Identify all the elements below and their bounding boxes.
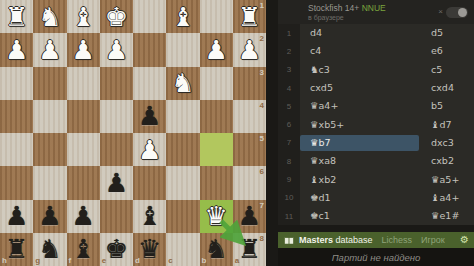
white-bishop: ♝ (166, 0, 199, 33)
engine-name: Stockfish 14+ NNUE (308, 3, 386, 13)
move-number: 10 (278, 189, 300, 207)
white-knight: ♞ (166, 67, 199, 100)
square-e3[interactable] (100, 67, 133, 100)
square-h1[interactable]: ♜ (0, 0, 33, 33)
analysis-panel: Stockfish 14+ NNUE в браузере × 1d4d52c4… (266, 0, 474, 266)
square-h2[interactable]: ♟ (0, 33, 33, 66)
square-d2[interactable] (133, 33, 166, 66)
move-row-2: 2c4e6 (278, 42, 474, 60)
engine-subtitle: в браузере (308, 14, 386, 21)
square-e6[interactable]: ♟ (100, 166, 133, 199)
toggle-knob (458, 8, 467, 17)
square-f1[interactable]: ♝ (67, 0, 100, 33)
square-b8[interactable]: ♞b (200, 233, 233, 266)
move-8-black[interactable]: cxb2 (421, 153, 472, 169)
move-number: 3 (278, 61, 300, 79)
move-7-black[interactable]: dxc3 (421, 135, 472, 151)
square-b6[interactable] (200, 166, 233, 199)
square-h4[interactable] (0, 100, 33, 133)
black-bishop: ♝ (133, 200, 166, 233)
square-f3[interactable] (67, 67, 100, 100)
square-e5[interactable] (100, 133, 133, 166)
square-b7[interactable]: ♛ (200, 200, 233, 233)
move-row-5: 5♛a4+b5 (278, 97, 474, 115)
move-5-white[interactable]: ♛a4+ (300, 98, 419, 114)
move-number: 5 (278, 97, 300, 115)
rank-label-5: 5 (260, 135, 264, 143)
move-number: 7 (278, 134, 300, 152)
square-a5[interactable]: 5 (233, 133, 266, 166)
move-4-white[interactable]: cxd5 (300, 80, 419, 96)
move-6-black[interactable]: ♝d7 (421, 117, 472, 133)
move-3-black[interactable]: c5 (421, 62, 472, 78)
square-h3[interactable] (0, 67, 33, 100)
white-queen: ♛ (200, 200, 233, 233)
square-h6[interactable] (0, 166, 33, 199)
square-g6[interactable] (33, 166, 66, 199)
black-bishop: ♝ (67, 233, 100, 266)
explorer-status: Партий не найдено (278, 248, 474, 266)
engine-toggle-area: × (438, 7, 474, 18)
square-a6[interactable]: 6 (233, 166, 266, 199)
black-pawn: ♟ (67, 200, 100, 233)
white-pawn: ♟ (133, 133, 166, 166)
square-b5[interactable] (200, 133, 233, 166)
square-c3[interactable]: ♞ (166, 67, 199, 100)
square-g7[interactable]: ♟ (33, 200, 66, 233)
close-icon[interactable]: × (438, 8, 443, 16)
move-row-4: 4cxd5cxd4 (278, 79, 474, 97)
board: ♜♞♝♚♝♜1♟♟♟♟♟♟2♞3♟4♟5♟6♟♟♟♝♛♟7♜h♞g♝f♚e♛dc… (0, 0, 266, 266)
square-d3[interactable] (133, 67, 166, 100)
move-2-white[interactable]: c4 (300, 43, 419, 59)
square-d1[interactable] (133, 0, 166, 33)
engine-toggle[interactable] (446, 7, 468, 18)
square-g3[interactable] (33, 67, 66, 100)
move-row-6: 6♛xb5+♝d7 (278, 115, 474, 133)
square-c1[interactable]: ♝ (166, 0, 199, 33)
square-a2[interactable]: ♟2 (233, 33, 266, 66)
move-number: 4 (278, 79, 300, 97)
move-1-white[interactable]: d4 (300, 25, 419, 41)
square-e1[interactable]: ♚ (100, 0, 133, 33)
black-pawn: ♟ (33, 200, 66, 233)
square-a1[interactable]: ♜1 (233, 0, 266, 33)
move-number: 9 (278, 170, 300, 188)
rank-label-8: 8 (260, 235, 264, 243)
white-rook: ♜ (0, 0, 33, 33)
file-label-b: b (202, 257, 207, 265)
square-e4[interactable] (100, 100, 133, 133)
white-pawn: ♟ (100, 33, 133, 66)
move-11-black[interactable]: ♛e1# (421, 208, 472, 224)
move-number: 6 (278, 115, 300, 133)
rank-label-6: 6 (260, 168, 264, 176)
square-b2[interactable]: ♟ (200, 33, 233, 66)
square-g5[interactable] (33, 133, 66, 166)
move-row-8: 8♛xa8cxb2 (278, 152, 474, 170)
analysis-screen: ♜♞♝♚♝♜1♟♟♟♟♟♟2♞3♟4♟5♟6♟♟♟♝♛♟7♜h♞g♝f♚e♛dc… (0, 0, 474, 266)
white-pawn: ♟ (33, 33, 66, 66)
move-list: 1d4d52c4e63♞c3c54cxd5cxd45♛a4+b56♛xb5+♝d… (278, 24, 474, 225)
rank-label-3: 3 (260, 69, 264, 77)
move-row-7: 7♛b7dxc3 (278, 134, 474, 152)
square-h7[interactable]: ♟ (0, 200, 33, 233)
move-10-white[interactable]: ♚d1 (300, 190, 419, 206)
square-b4[interactable] (200, 100, 233, 133)
rank-label-2: 2 (260, 35, 264, 43)
black-pawn: ♟ (100, 166, 133, 199)
move-10-black[interactable]: ♝a4+ (421, 190, 472, 206)
explorer-tab-masters[interactable]: Masters database (299, 235, 373, 245)
square-d6[interactable] (133, 166, 166, 199)
square-b3[interactable] (200, 67, 233, 100)
square-c6[interactable] (166, 166, 199, 199)
book-icon (284, 236, 294, 245)
move-5-black[interactable]: b5 (421, 98, 472, 114)
nnue-badge: NNUE (362, 3, 386, 13)
move-number: 8 (278, 152, 300, 170)
move-6-white[interactable]: ♛xb5+ (300, 117, 419, 133)
file-label-d: d (135, 257, 140, 265)
move-row-3: 3♞c3c5 (278, 61, 474, 79)
square-h5[interactable] (0, 133, 33, 166)
square-f5[interactable] (67, 133, 100, 166)
square-f8[interactable]: ♝f (67, 233, 100, 266)
engine-name-text: Stockfish 14+ (308, 3, 359, 13)
square-c4[interactable] (166, 100, 199, 133)
explorer-tab-lichess[interactable]: Lichess (382, 235, 413, 245)
white-king: ♚ (100, 0, 133, 33)
move-row-1: 1d4d5 (278, 24, 474, 42)
square-e8[interactable]: ♚e (100, 233, 133, 266)
file-label-a: a (235, 257, 239, 265)
engine-info: Stockfish 14+ NNUE в браузере (278, 3, 386, 21)
square-e2[interactable]: ♟ (100, 33, 133, 66)
square-a3[interactable]: 3 (233, 67, 266, 100)
move-8-white[interactable]: ♛xa8 (300, 153, 419, 169)
square-g1[interactable]: ♞ (33, 0, 66, 33)
square-d4[interactable]: ♟ (133, 100, 166, 133)
rank-label-4: 4 (260, 102, 264, 110)
square-b1[interactable] (200, 0, 233, 33)
move-row-11: 11♚c1♛e1# (278, 207, 474, 225)
square-a4[interactable]: 4 (233, 100, 266, 133)
move-row-10: 10♚d1♝a4+ (278, 189, 474, 207)
move-number: 2 (278, 42, 300, 60)
explorer-tab-player[interactable]: Игрок (421, 235, 445, 245)
black-pawn: ♟ (0, 200, 33, 233)
square-g2[interactable]: ♟ (33, 33, 66, 66)
move-7-white[interactable]: ♛b7 (300, 135, 419, 151)
square-d7[interactable]: ♝ (133, 200, 166, 233)
masters-label-bold: Masters (299, 235, 333, 245)
file-label-e: e (102, 257, 106, 265)
white-pawn: ♟ (0, 33, 33, 66)
file-label-h: h (2, 257, 7, 265)
move-1-black[interactable]: d5 (421, 25, 472, 41)
square-c5[interactable] (166, 133, 199, 166)
square-a8[interactable]: ♜8a (233, 233, 266, 266)
rank-label-1: 1 (260, 2, 264, 10)
square-c7[interactable] (166, 200, 199, 233)
white-bishop: ♝ (67, 0, 100, 33)
engine-panel-header: Stockfish 14+ NNUE в браузере × (278, 0, 474, 24)
white-pawn: ♟ (200, 33, 233, 66)
square-e7[interactable] (100, 200, 133, 233)
move-4-black[interactable]: cxd4 (421, 80, 472, 96)
file-label-f: f (69, 257, 72, 265)
square-d8[interactable]: ♛d (133, 233, 166, 266)
square-g8[interactable]: ♞g (33, 233, 66, 266)
explorer-bar: Masters database Lichess Игрок ⚙ (278, 232, 474, 248)
file-label-c: c (168, 257, 172, 265)
square-h8[interactable]: ♜h (0, 233, 33, 266)
gear-icon[interactable]: ⚙ (460, 235, 474, 245)
move-3-white[interactable]: ♞c3 (300, 62, 419, 78)
white-pawn: ♟ (67, 33, 100, 66)
move-2-black[interactable]: e6 (421, 43, 472, 59)
rank-label-7: 7 (260, 202, 264, 210)
square-d5[interactable]: ♟ (133, 133, 166, 166)
square-f4[interactable] (67, 100, 100, 133)
move-11-white[interactable]: ♚c1 (300, 208, 419, 224)
square-f7[interactable]: ♟ (67, 200, 100, 233)
square-f6[interactable] (67, 166, 100, 199)
move-number: 11 (278, 207, 300, 225)
square-a7[interactable]: ♟7 (233, 200, 266, 233)
square-g4[interactable] (33, 100, 66, 133)
file-label-g: g (35, 257, 40, 265)
move-number: 1 (278, 24, 300, 42)
black-pawn: ♟ (133, 100, 166, 133)
masters-label-rest: database (333, 235, 373, 245)
square-c2[interactable] (166, 33, 199, 66)
white-knight: ♞ (33, 0, 66, 33)
move-row-9: 9♝xb2♛a5+ (278, 170, 474, 188)
move-9-white[interactable]: ♝xb2 (300, 172, 419, 188)
square-f2[interactable]: ♟ (67, 33, 100, 66)
square-c8[interactable]: c (166, 233, 199, 266)
move-9-black[interactable]: ♛a5+ (421, 172, 472, 188)
